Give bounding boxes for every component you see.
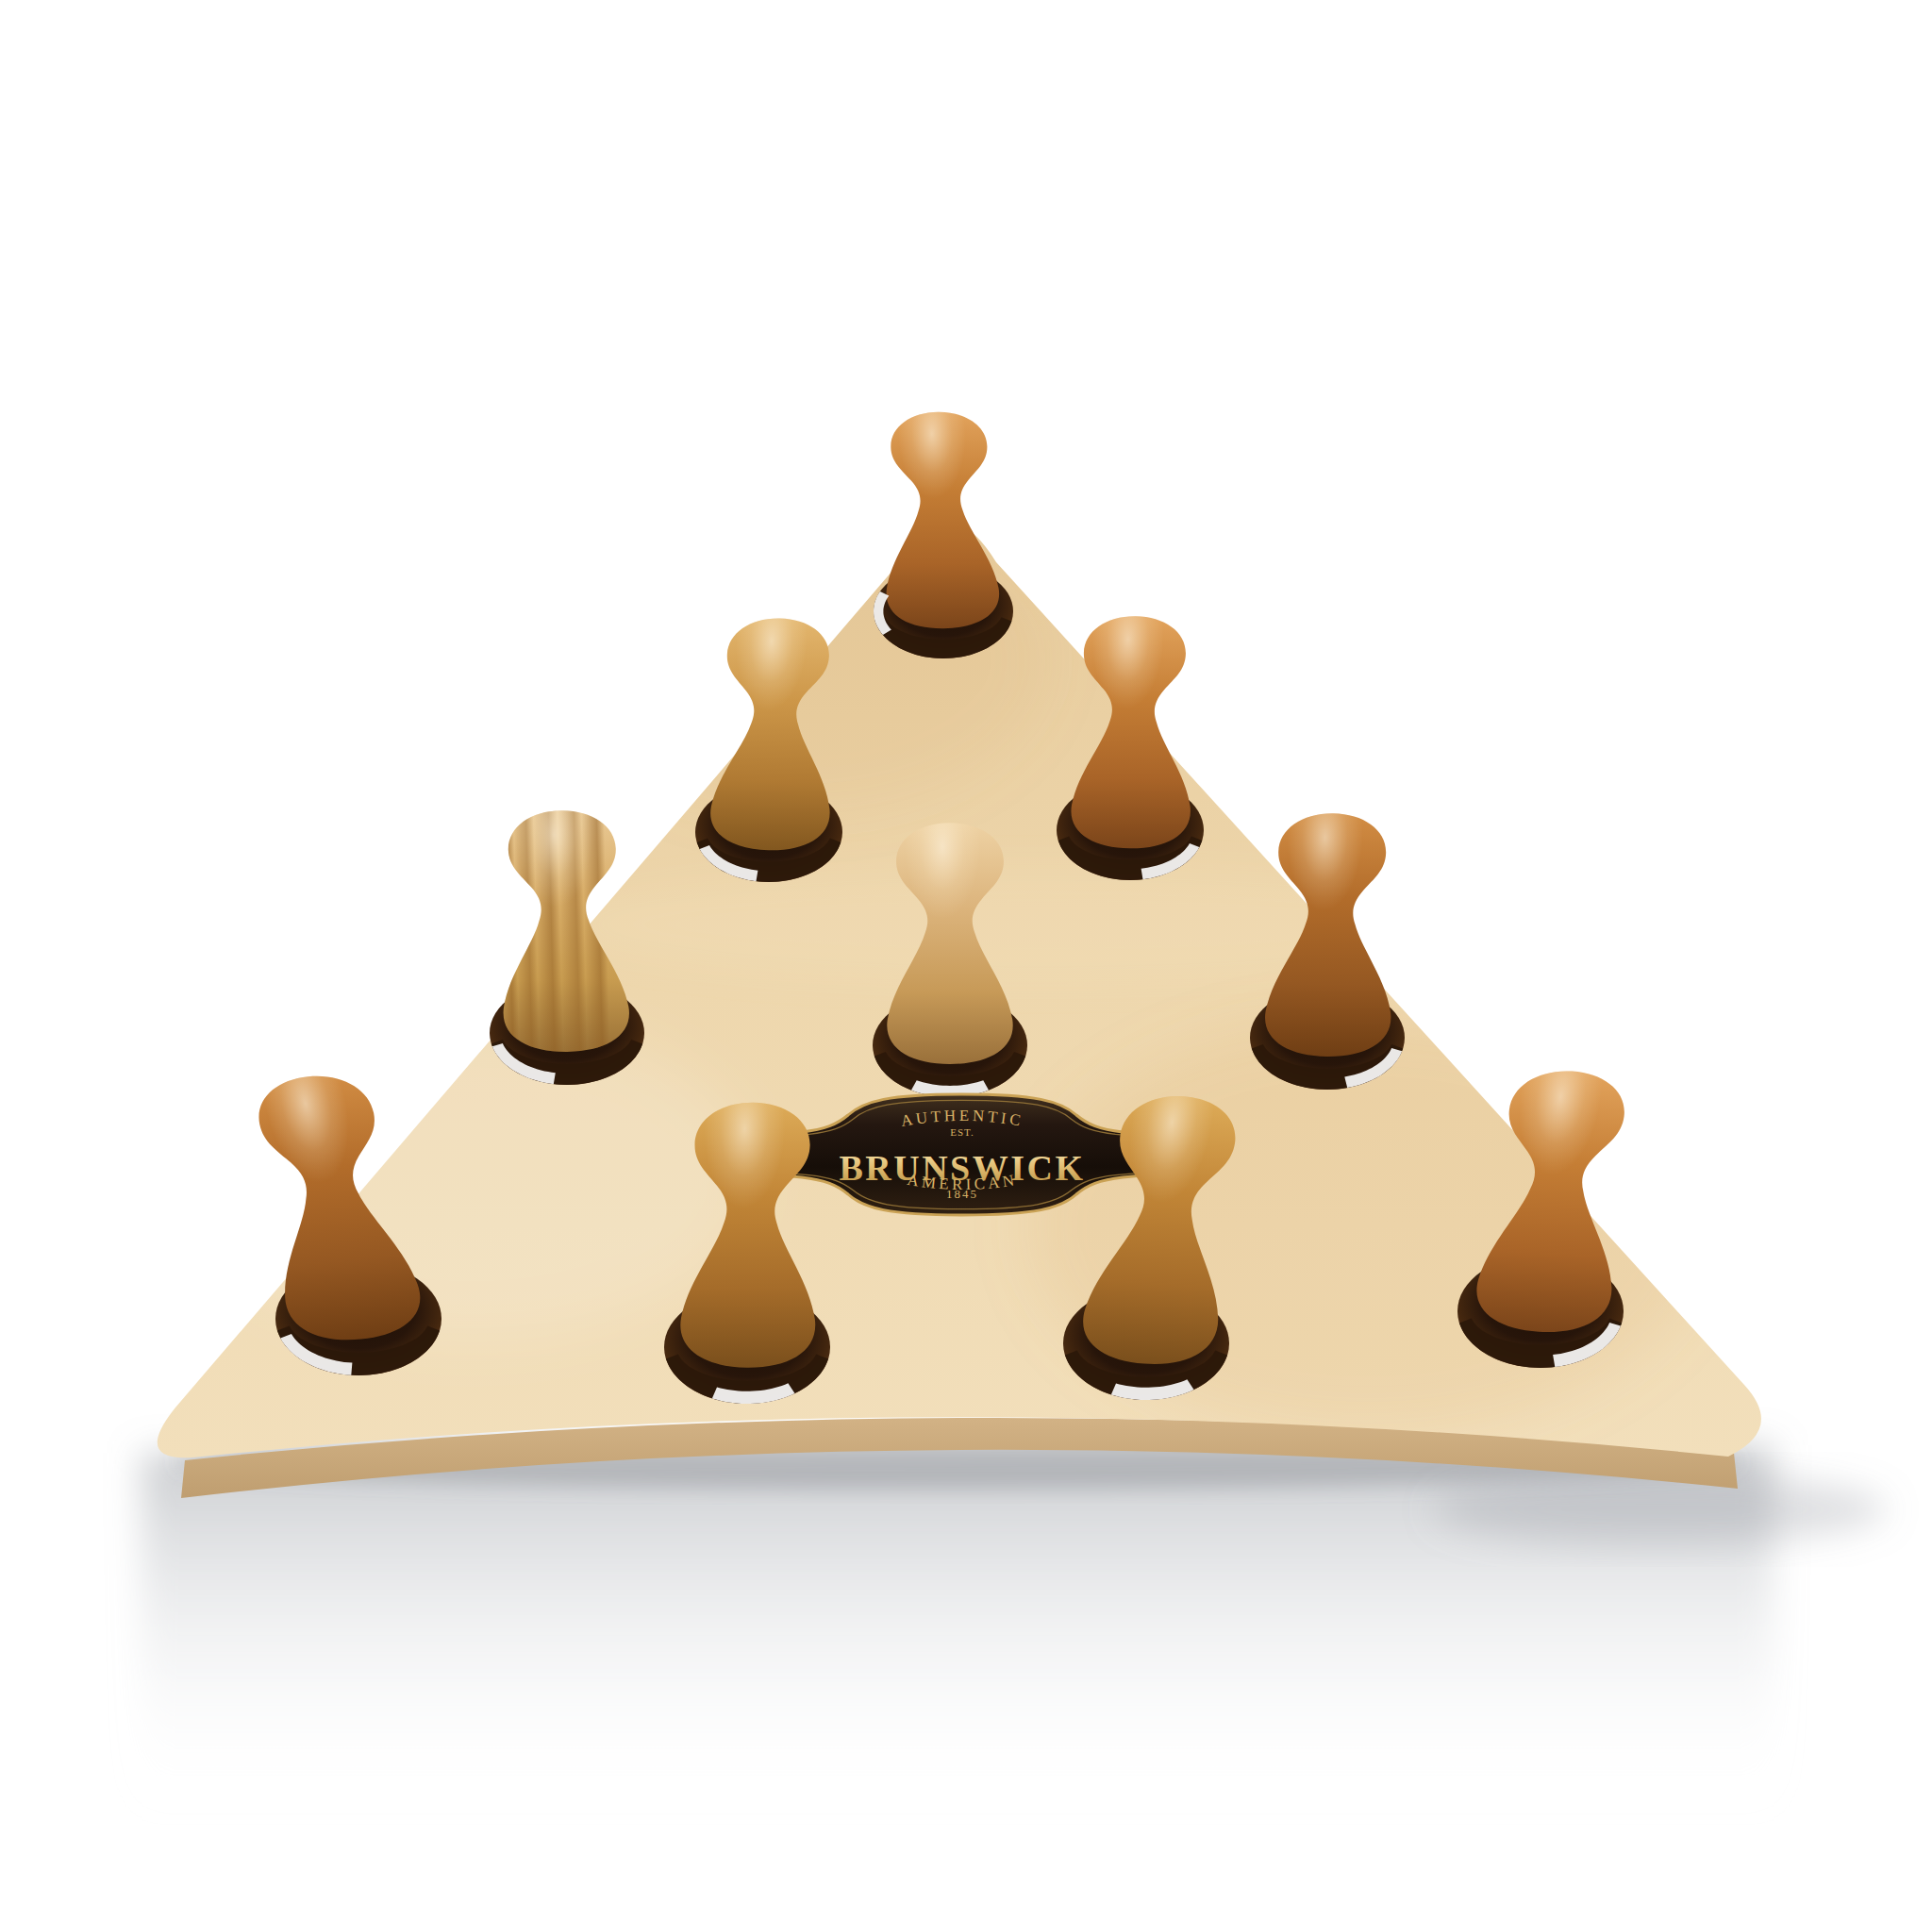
peg-board-scene: AUTHENTIC EST. BRUNSWICK 1845 AMERICAN T… (0, 0, 1932, 1932)
board-svg: AUTHENTIC EST. BRUNSWICK 1845 AMERICAN T… (0, 0, 1932, 1932)
badge-est: EST. (950, 1126, 974, 1138)
peg-shine-r1c1 (882, 411, 1000, 629)
board-shadow (142, 1436, 1887, 1811)
peg-r1c1[interactable] (882, 411, 1000, 629)
cell-r1c1 (874, 411, 1013, 658)
